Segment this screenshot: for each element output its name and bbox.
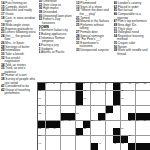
grid-cell-white[interactable]: 41 [98,143,105,150]
grid-cell-white[interactable] [68,136,75,143]
grid-cell-white[interactable]: 2 [53,83,60,90]
clue-number: 38 [1,77,4,81]
grid-cell-white[interactable]: 23 [76,113,83,120]
cell-number: 1 [46,83,47,86]
cell-number: 5 [83,83,84,86]
grid-cell-white[interactable] [53,106,60,113]
clue-number: 33 [76,48,79,52]
grid-cell-white[interactable] [143,106,150,113]
grid-cell-white[interactable] [46,106,53,113]
grid-cell-white[interactable]: 8 [106,83,113,90]
grid-cell-white[interactable]: 21 [113,106,120,113]
cell-number: 32 [38,128,41,131]
grid-cell-white[interactable] [136,106,143,113]
grid-cell-white[interactable]: 35 [83,128,90,135]
cell-number: 31 [144,120,147,123]
cell-number: 29 [128,120,131,123]
grid-cell-white[interactable] [46,91,53,98]
grid-cell-white[interactable] [121,106,128,113]
grid-cell-white[interactable] [46,113,53,120]
grid-cell-white[interactable]: 24 [106,113,113,120]
grid-cell-white[interactable] [61,136,68,143]
grid-cell-white[interactable]: 36 [121,128,128,135]
cell-number: 10 [128,83,131,86]
grid-cell-white[interactable]: 31 [143,121,150,128]
cell-number: 4 [68,83,69,86]
grid-cell-white[interactable] [106,128,113,135]
clue-number: 42 [1,88,4,92]
grid-cell-white[interactable] [61,91,68,98]
cell-number: 26 [68,120,71,123]
grid-cell-black [76,91,83,98]
grid-cell-white[interactable]: 39 [128,136,135,143]
clue-number: 58 [114,48,117,52]
grid-cell-white[interactable] [98,98,105,105]
grid-cell-white[interactable] [113,113,120,120]
across-clue-column-1: 13 Chilly14 Puts frosting on15 Comedic s… [1,0,36,149]
clue-number: 15 [76,8,79,12]
down-clue-column-3: 11 Jungle roamer12 Plummeted13 Stars of … [76,0,110,81]
cell-number: 42 [113,143,116,146]
cell-number: 7 [98,83,99,86]
cell-number: 3 [61,83,62,86]
cell-number: 11 [136,83,138,86]
grid-cell-black [136,143,143,150]
grid-cell-white[interactable]: 6 [91,83,98,90]
cell-number: 23 [76,113,79,116]
cell-number: 22 [38,113,41,116]
clue-number: 31 [76,41,79,45]
grid-cell-white[interactable] [46,136,53,143]
grid-cell-white[interactable]: 18 [121,98,128,105]
grid-cell-white[interactable]: 43 [121,143,128,150]
grid-cell-black [113,128,120,135]
grid-cell-white[interactable] [106,136,113,143]
grid-cell-white[interactable]: 27 [91,121,98,128]
cell-number: 37 [38,135,41,138]
grid-cell-white[interactable] [121,113,128,120]
grid-cell-white[interactable] [136,136,143,143]
grid-cell-white[interactable] [113,121,120,128]
grid-cell-white[interactable] [76,121,83,128]
grid-cell-white[interactable]: 10 [128,83,135,90]
cell-number: 2 [53,83,54,86]
cell-number: 20 [76,105,79,108]
grid-cell-white[interactable] [61,143,68,150]
grid-cell-white[interactable]: 4 [68,83,75,90]
cell-number: 9 [121,83,122,86]
grid-cell-white[interactable] [91,91,98,98]
grid-cell-white[interactable] [68,106,75,113]
grid-cell-white[interactable]: 29 [128,121,135,128]
grid-cell-white[interactable] [128,98,135,105]
grid-cell-white[interactable] [143,98,150,105]
grid-cell-white[interactable] [91,136,98,143]
cell-number: 35 [83,128,86,131]
clue-number: 62 [39,17,42,21]
cell-number: 28 [98,120,101,123]
cell-number: 8 [106,83,107,86]
grid-cell-white[interactable] [53,136,60,143]
grid-cell-white[interactable]: 3 [61,83,68,90]
cell-number: 15 [121,90,124,93]
grid-cell-white[interactable]: 38 [76,136,83,143]
grid-cell-white[interactable]: 28 [98,121,105,128]
cell-number: 17 [83,98,86,101]
cell-number: 36 [121,128,124,131]
clue-number: 25 [76,23,79,27]
grid-cell-white[interactable] [83,136,90,143]
grid-cell-black [76,83,83,90]
grid-cell-white[interactable] [83,106,90,113]
cell-number: 13 [38,90,41,93]
grid-cell-white[interactable]: 42 [113,143,120,150]
grid-cell-white[interactable]: 34 [53,128,60,135]
grid-cell-white[interactable] [136,128,143,135]
grid-cell-white[interactable] [136,91,143,98]
grid-cell-white[interactable] [61,128,68,135]
clue: 33 Unexpected surprise [76,49,110,52]
cell-number: 43 [121,143,124,146]
clue-number: 35 [1,66,4,70]
cell-number: 24 [106,113,109,116]
grid-cell-black [113,83,120,90]
clue-number: 3 [39,36,41,40]
cell-number: 38 [76,135,79,138]
grid-cell-white[interactable] [53,143,60,150]
grid-cell-white[interactable] [46,98,53,105]
grid-cell-white[interactable] [106,121,113,128]
clue-number: 6 [39,50,41,54]
cell-number: 14 [83,90,86,93]
cell-number: 21 [113,105,116,108]
clue-number: 18 [1,16,4,20]
grid-cell-white[interactable] [76,143,83,150]
grid-cell-white[interactable]: 1 [46,83,53,90]
grid-cell-white[interactable] [98,106,105,113]
grid-cell-white[interactable] [128,91,135,98]
grid-cell-white[interactable]: 7 [98,83,105,90]
cell-number: 16 [38,98,41,101]
grid-cell-black [113,91,120,98]
grid-cell-white[interactable] [98,128,105,135]
down-clue-column-4: 39 Went by horse40 London's country43 Pl… [114,0,150,81]
clue: 42 Group of traveling performers [1,89,36,96]
grid-cell-white[interactable] [68,91,75,98]
cell-number: 12 [144,83,147,86]
grid-cell-white[interactable] [61,98,68,105]
grid-cell-white[interactable] [106,143,113,150]
grid-cell-white[interactable] [46,143,53,150]
grid-cell-black [143,143,150,150]
grid-cell-white[interactable] [53,91,60,98]
grid-cell-black [128,143,135,150]
grid-cell-white[interactable] [91,128,98,135]
cell-number: 33 [46,128,49,131]
clue: 58 Work with needle and thread [114,49,150,56]
clue-number: 46 [114,12,117,16]
grid-cell-white[interactable] [53,98,60,105]
cell-number: 41 [98,143,101,146]
grid-cell-white[interactable] [68,143,75,150]
cell-number: 39 [128,135,131,138]
grid-cell-white[interactable]: 12 [143,83,150,90]
clue-number: 24 [1,34,4,38]
grid-cell-white[interactable]: 25 [61,121,68,128]
crossword-grid[interactable]: 1234567891011121314151617181920212223242… [37,82,150,150]
cell-number: 19 [38,105,41,108]
grid-cell-white[interactable] [61,106,68,113]
across-down-clue-column-2: 50 Otherwise52 Gets close to56 High mark… [39,0,73,81]
grid-cell-white[interactable] [91,98,98,105]
grid-cell-white[interactable]: 26 [68,121,75,128]
grid-cell-white[interactable] [68,98,75,105]
grid-cell-white[interactable] [143,136,150,143]
cell-number: 34 [53,128,56,131]
clue: 6 Atlantic or Pacific [39,51,73,54]
grid-cell-white[interactable] [128,106,135,113]
grid-cell-white[interactable]: 30 [136,121,143,128]
clue-number: 32 [1,56,4,60]
grid-cell-white[interactable]: 11 [136,83,143,90]
grid-cell-white[interactable] [106,91,113,98]
grid-cell-white[interactable] [68,128,75,135]
cell-number: 6 [91,83,92,86]
grid-cell-white[interactable] [53,113,60,120]
cell-number: 40 [38,143,41,146]
cell-number: 30 [136,120,139,123]
grid-cell-white[interactable]: 17 [83,98,90,105]
grid-cell-white[interactable] [98,91,105,98]
clue-number: 54 [114,34,117,38]
cell-number: 25 [61,120,64,123]
grid-cell-white[interactable]: 22 [38,113,45,120]
cell-number: 18 [121,98,124,101]
grid-cell-white[interactable] [136,98,143,105]
grid-cell-white[interactable]: 33 [46,128,53,135]
grid-cell-white[interactable] [83,113,90,120]
cell-number: 27 [91,120,94,123]
grid-cell-white[interactable] [143,91,150,98]
grid-cell-white[interactable]: 40 [38,143,45,150]
grid-cell-white[interactable] [83,143,90,150]
grid-cell-white[interactable] [91,106,98,113]
grid-cell-white[interactable] [143,128,150,135]
grid-cell-black [91,143,98,150]
grid-cell-white[interactable] [106,98,113,105]
